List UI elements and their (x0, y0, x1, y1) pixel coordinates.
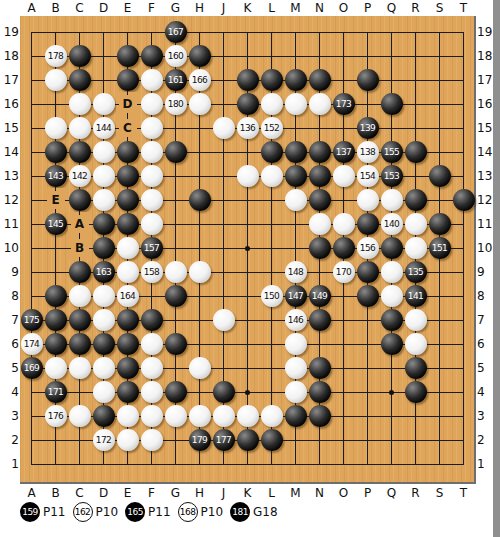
row-label-left: 4 (0, 385, 19, 399)
stone-number: 172 (96, 436, 112, 445)
stone-black (45, 285, 67, 307)
stone-white (141, 69, 163, 91)
caption-point: G18 (253, 505, 278, 519)
stone-black: 153 (381, 165, 403, 187)
stone-black (357, 285, 379, 307)
stone-black (117, 381, 139, 403)
stone-black (309, 381, 331, 403)
stone-black (93, 333, 115, 355)
stone-black (165, 141, 187, 163)
stone-black (261, 141, 283, 163)
stone-black (117, 333, 139, 355)
stone-black (189, 189, 211, 211)
stone-black (117, 189, 139, 211)
stone-black: 179 (189, 429, 211, 451)
row-label-left: 12 (0, 193, 19, 207)
stone-white (189, 357, 211, 379)
stone-number: 178 (48, 52, 64, 61)
stone-black: 147 (285, 285, 307, 307)
column-label-top: D (94, 1, 114, 15)
stone-white: 154 (357, 165, 379, 187)
annotation-label: D (121, 97, 135, 111)
stone-white (309, 213, 331, 235)
stone-black: 145 (45, 213, 67, 235)
stone-white (213, 309, 235, 331)
stone-black: 155 (381, 141, 403, 163)
stone-number: 145 (48, 220, 64, 229)
stone-white (141, 405, 163, 427)
column-label-top: E (118, 1, 138, 15)
stone-white (69, 405, 91, 427)
caption-stone-white: 168 (178, 502, 198, 522)
stone-black (117, 165, 139, 187)
stone-number: 150 (264, 292, 280, 301)
stone-black (93, 405, 115, 427)
annotation-point: E (44, 188, 68, 212)
caption-entry: 159P11 (20, 502, 66, 522)
stone-white (213, 405, 235, 427)
column-label-bottom: E (118, 486, 138, 500)
stone-number: 164 (120, 292, 136, 301)
row-label-left: 1 (0, 457, 19, 471)
column-label-top: R (406, 1, 426, 15)
column-label-bottom: T (454, 486, 474, 500)
stone-white (165, 261, 187, 283)
stone-white (261, 405, 283, 427)
row-label-left: 19 (0, 25, 19, 39)
stone-white (333, 213, 355, 235)
stone-black (93, 237, 115, 259)
stone-black (405, 141, 427, 163)
annotation-point: D (116, 92, 140, 116)
stone-black (453, 189, 475, 211)
stone-black: 171 (45, 381, 67, 403)
column-label-bottom: R (406, 486, 426, 500)
stone-number: 174 (24, 340, 40, 349)
stone-white (405, 237, 427, 259)
stone-white (69, 285, 91, 307)
column-label-bottom: O (334, 486, 354, 500)
stone-number: 152 (264, 124, 280, 133)
column-label-top: M (286, 1, 306, 15)
column-label-top: J (214, 1, 234, 15)
caption-entry: 181G18 (230, 502, 278, 522)
annotation-label: E (49, 193, 61, 207)
star-point (245, 390, 250, 395)
annotation-label: A (73, 217, 86, 231)
stone-number: 144 (96, 124, 112, 133)
column-label-top: P (358, 1, 378, 15)
stone-number: 166 (192, 76, 208, 85)
stone-white (141, 381, 163, 403)
stone-white (93, 309, 115, 331)
stone-black: 163 (93, 261, 115, 283)
stone-white (93, 381, 115, 403)
stone-white (69, 117, 91, 139)
stone-black (309, 357, 331, 379)
stone-white (381, 261, 403, 283)
stone-black (405, 381, 427, 403)
stone-white (117, 405, 139, 427)
stone-black (357, 213, 379, 235)
stone-white (45, 117, 67, 139)
caption-stone-black: 159 (20, 502, 40, 522)
stone-black (69, 189, 91, 211)
stone-black (309, 165, 331, 187)
stone-black (429, 165, 451, 187)
stone-number: 171 (48, 388, 64, 397)
stone-black (141, 309, 163, 331)
column-label-top: G (166, 1, 186, 15)
stone-white (381, 189, 403, 211)
stone-black (117, 213, 139, 235)
stone-black (309, 309, 331, 331)
stone-white (381, 285, 403, 307)
stone-number: 170 (336, 268, 352, 277)
stone-black (117, 69, 139, 91)
annotation-label: B (73, 241, 86, 255)
stone-white (141, 189, 163, 211)
column-label-bottom: S (430, 486, 450, 500)
stone-white (165, 405, 187, 427)
stone-black (117, 357, 139, 379)
stone-white (285, 189, 307, 211)
stone-white: 166 (189, 69, 211, 91)
column-label-top: F (142, 1, 162, 15)
stone-number: 179 (192, 436, 208, 445)
stone-number: 154 (360, 172, 376, 181)
stone-white (141, 429, 163, 451)
stone-black: 137 (333, 141, 355, 163)
annotation-point: A (68, 212, 92, 236)
stone-white: 158 (141, 261, 163, 283)
stone-white: 144 (93, 117, 115, 139)
stone-number: 156 (360, 244, 376, 253)
stone-black (381, 309, 403, 331)
stone-black (165, 333, 187, 355)
column-label-bottom: L (262, 486, 282, 500)
stone-number: 146 (288, 316, 304, 325)
column-label-bottom: P (358, 486, 378, 500)
stone-white: 140 (381, 213, 403, 235)
row-label-left: 3 (0, 409, 19, 423)
stone-number: 151 (432, 244, 448, 253)
stone-white: 142 (69, 165, 91, 187)
stone-white (93, 189, 115, 211)
row-label-left: 8 (0, 289, 19, 303)
stone-white: 170 (333, 261, 355, 283)
stone-white (405, 309, 427, 331)
annotation-point: B (68, 236, 92, 260)
stone-white (141, 141, 163, 163)
stone-black (237, 93, 259, 115)
stone-white (141, 93, 163, 115)
stone-white (93, 93, 115, 115)
go-diagram: AABBCCDDEEFFGGHHJJKKLLMMNNOOPPQQRRSSTT19… (0, 0, 500, 537)
stone-black (261, 429, 283, 451)
stone-black (405, 189, 427, 211)
stone-black (45, 309, 67, 331)
stone-white: 156 (357, 237, 379, 259)
row-label-left: 17 (0, 73, 19, 87)
stone-white (141, 333, 163, 355)
stone-black (309, 189, 331, 211)
stone-number: 155 (384, 148, 400, 157)
column-label-bottom: F (142, 486, 162, 500)
stone-number: 173 (336, 100, 352, 109)
stone-white (69, 357, 91, 379)
column-label-top: B (46, 1, 66, 15)
stone-white (117, 429, 139, 451)
stone-white (117, 237, 139, 259)
row-label-left: 11 (0, 217, 19, 231)
caption-point: P11 (148, 505, 171, 519)
column-label-bottom: B (46, 486, 66, 500)
stone-white (309, 93, 331, 115)
stone-number: 163 (96, 268, 112, 277)
stone-white: 150 (261, 285, 283, 307)
stone-white (213, 117, 235, 139)
stone-white (357, 189, 379, 211)
stone-number: 135 (408, 268, 424, 277)
stone-black (69, 69, 91, 91)
column-label-top: O (334, 1, 354, 15)
stone-number: 143 (48, 172, 64, 181)
column-label-top: A (22, 1, 42, 15)
stone-white (93, 285, 115, 307)
row-label-left: 9 (0, 265, 19, 279)
column-label-top: N (310, 1, 330, 15)
column-label-bottom: H (190, 486, 210, 500)
stone-white (261, 165, 283, 187)
stone-black (69, 333, 91, 355)
stone-black: 151 (429, 237, 451, 259)
stone-black (45, 141, 67, 163)
stone-number: 137 (336, 148, 352, 157)
star-point (245, 246, 250, 251)
column-label-bottom: C (70, 486, 90, 500)
stone-number: 149 (312, 292, 328, 301)
row-label-left: 6 (0, 337, 19, 351)
stone-black (381, 237, 403, 259)
stone-black: 143 (45, 165, 67, 187)
column-label-bottom: M (286, 486, 306, 500)
column-label-top: C (70, 1, 90, 15)
stone-number: 176 (48, 412, 64, 421)
annotation-point: C (116, 116, 140, 140)
stone-black (165, 381, 187, 403)
stone-white: 148 (285, 261, 307, 283)
stone-black (309, 405, 331, 427)
column-label-bottom: Q (382, 486, 402, 500)
stone-white (93, 165, 115, 187)
stone-black (405, 357, 427, 379)
stone-black (285, 165, 307, 187)
stone-black (69, 141, 91, 163)
row-label-left: 14 (0, 145, 19, 159)
column-label-bottom: J (214, 486, 234, 500)
stone-white (285, 93, 307, 115)
stone-number: 138 (360, 148, 376, 157)
stone-white (93, 141, 115, 163)
stone-number: 161 (168, 76, 184, 85)
stone-black (309, 69, 331, 91)
stone-black (309, 237, 331, 259)
stone-white (141, 213, 163, 235)
stone-number: 140 (384, 220, 400, 229)
stone-black (213, 381, 235, 403)
stone-white: 174 (21, 333, 43, 355)
stone-black (93, 213, 115, 235)
stone-number: 153 (384, 172, 400, 181)
stone-black (117, 141, 139, 163)
stone-black (69, 309, 91, 331)
stone-black: 173 (333, 93, 355, 115)
grid-line-vertical (463, 32, 464, 465)
stone-white: 176 (45, 405, 67, 427)
column-label-top: S (430, 1, 450, 15)
stone-black (69, 261, 91, 283)
stone-number: 177 (216, 436, 232, 445)
stone-black (285, 141, 307, 163)
stone-black (237, 429, 259, 451)
stone-white (405, 213, 427, 235)
stone-black (357, 69, 379, 91)
row-label-left: 2 (0, 433, 19, 447)
stone-white: 138 (357, 141, 379, 163)
stone-black (117, 309, 139, 331)
caption-entry: 168P10 (178, 502, 224, 522)
column-label-bottom: K (238, 486, 258, 500)
stone-black (237, 69, 259, 91)
stone-number: 157 (144, 244, 160, 253)
caption-stone-black: 165 (125, 502, 145, 522)
column-label-bottom: G (166, 486, 186, 500)
column-label-bottom: N (310, 486, 330, 500)
row-label-left: 16 (0, 97, 19, 111)
stone-black (381, 333, 403, 355)
column-label-top: L (262, 1, 282, 15)
stone-number: 141 (408, 292, 424, 301)
stone-black (117, 45, 139, 67)
stone-white: 146 (285, 309, 307, 331)
stone-white (405, 333, 427, 355)
column-label-top: Q (382, 1, 402, 15)
caption-point: P11 (43, 505, 66, 519)
stone-black: 175 (21, 309, 43, 331)
row-label-left: 7 (0, 313, 19, 327)
stone-white (141, 165, 163, 187)
stone-black: 167 (165, 21, 187, 43)
stone-number: 136 (240, 124, 256, 133)
stone-white (237, 165, 259, 187)
row-label-left: 5 (0, 361, 19, 375)
stone-black: 177 (213, 429, 235, 451)
stone-black (189, 45, 211, 67)
scrollbar[interactable] (493, 0, 500, 537)
stone-white (141, 117, 163, 139)
caption-point: P10 (201, 505, 224, 519)
row-label-left: 13 (0, 169, 19, 183)
annotation-label: C (121, 121, 134, 135)
grid-line-horizontal (31, 464, 464, 465)
star-point (389, 390, 394, 395)
stone-white: 136 (237, 117, 259, 139)
stone-white: 178 (45, 45, 67, 67)
stone-black (333, 237, 355, 259)
stone-white: 152 (261, 117, 283, 139)
stone-white (189, 93, 211, 115)
stone-black: 139 (357, 117, 379, 139)
stone-white: 164 (117, 285, 139, 307)
caption-entry: 162P10 (73, 502, 119, 522)
stone-black (141, 45, 163, 67)
stone-black: 157 (141, 237, 163, 259)
caption-stone-white: 162 (73, 502, 93, 522)
stone-white (285, 357, 307, 379)
stone-black: 169 (21, 357, 43, 379)
stone-number: 175 (24, 316, 40, 325)
stone-number: 160 (168, 52, 184, 61)
stone-white: 172 (93, 429, 115, 451)
stone-white: 180 (165, 93, 187, 115)
stone-black (381, 93, 403, 115)
column-label-top: H (190, 1, 210, 15)
stone-black (45, 333, 67, 355)
row-label-left: 18 (0, 49, 19, 63)
caption-point: P10 (96, 505, 119, 519)
stone-black: 149 (309, 285, 331, 307)
stone-white (333, 165, 355, 187)
stone-white (141, 357, 163, 379)
row-label-left: 15 (0, 121, 19, 135)
stone-black (429, 213, 451, 235)
stone-black: 161 (165, 69, 187, 91)
stone-number: 142 (72, 172, 88, 181)
stone-black (357, 261, 379, 283)
stone-white (237, 405, 259, 427)
stone-number: 158 (144, 268, 160, 277)
stone-black (69, 45, 91, 67)
stone-number: 148 (288, 268, 304, 277)
stone-black: 135 (405, 261, 427, 283)
stone-black (285, 69, 307, 91)
stone-number: 147 (288, 292, 304, 301)
stone-number: 169 (24, 364, 40, 373)
stone-white: 160 (165, 45, 187, 67)
stone-black (309, 141, 331, 163)
stone-black (261, 69, 283, 91)
caption-stone-black: 181 (230, 502, 250, 522)
stone-white (261, 93, 283, 115)
stone-white (45, 69, 67, 91)
stone-black (285, 405, 307, 427)
stone-black: 141 (405, 285, 427, 307)
column-label-bottom: A (22, 486, 42, 500)
stone-white (45, 357, 67, 379)
column-label-top: K (238, 1, 258, 15)
stone-white (69, 93, 91, 115)
stone-black (165, 285, 187, 307)
column-label-top: T (454, 1, 474, 15)
stone-number: 167 (168, 28, 184, 37)
stone-white (117, 261, 139, 283)
stone-number: 180 (168, 100, 184, 109)
caption-entry: 165P11 (125, 502, 171, 522)
stone-white (93, 357, 115, 379)
column-label-bottom: D (94, 486, 114, 500)
stone-number: 139 (360, 124, 376, 133)
